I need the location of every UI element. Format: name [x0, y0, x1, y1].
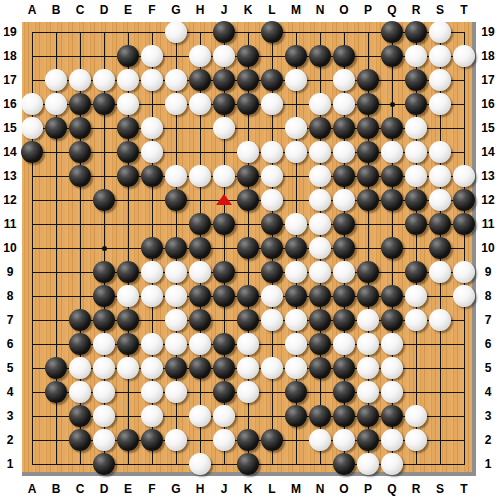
- stone-white: [93, 429, 115, 451]
- stone-white: [141, 357, 163, 379]
- stone-black: [117, 309, 139, 331]
- stone-black: [333, 381, 355, 403]
- stone-white: [429, 93, 451, 115]
- stone-black: [237, 309, 259, 331]
- stone-black: [117, 429, 139, 451]
- stone-white: [189, 45, 211, 67]
- stone-white: [237, 333, 259, 355]
- stone-white: [357, 357, 379, 379]
- stone-white: [429, 165, 451, 187]
- column-label: N: [308, 3, 332, 17]
- column-label: R: [404, 482, 428, 496]
- stone-black: [309, 45, 331, 67]
- stone-white: [213, 405, 235, 427]
- stone-white: [189, 453, 211, 475]
- stone-black: [381, 237, 403, 259]
- stone-black: [357, 189, 379, 211]
- stone-black: [357, 93, 379, 115]
- stone-white: [333, 429, 355, 451]
- row-label: 6: [0, 332, 20, 356]
- stone-white: [453, 45, 475, 67]
- grid-line-vertical: [464, 32, 465, 465]
- stone-black: [69, 93, 91, 115]
- stone-white: [381, 429, 403, 451]
- stone-black: [285, 237, 307, 259]
- go-board[interactable]: [22, 22, 476, 476]
- stone-white: [405, 405, 427, 427]
- row-label: 4: [477, 380, 499, 404]
- stone-black: [117, 117, 139, 139]
- stone-black: [213, 93, 235, 115]
- stone-white: [165, 381, 187, 403]
- stone-white: [141, 69, 163, 91]
- row-label: 9: [477, 260, 499, 284]
- row-label: 1: [477, 452, 499, 476]
- stone-white: [405, 165, 427, 187]
- stone-white: [165, 309, 187, 331]
- stone-white: [357, 381, 379, 403]
- row-label: 3: [0, 404, 20, 428]
- column-label: Q: [380, 482, 404, 496]
- stone-black: [309, 333, 331, 355]
- column-label: C: [68, 3, 92, 17]
- stone-black: [237, 45, 259, 67]
- stone-black: [69, 117, 91, 139]
- stone-white: [381, 333, 403, 355]
- stone-black: [357, 69, 379, 91]
- stone-white: [285, 309, 307, 331]
- row-label: 9: [0, 260, 20, 284]
- column-label: E: [116, 3, 140, 17]
- stone-white: [93, 357, 115, 379]
- stone-black: [453, 213, 475, 235]
- stone-black: [117, 141, 139, 163]
- stone-black: [117, 333, 139, 355]
- stone-black: [357, 261, 379, 283]
- stone-black: [381, 309, 403, 331]
- column-label: S: [428, 482, 452, 496]
- stone-white: [309, 237, 331, 259]
- stone-white: [405, 141, 427, 163]
- stone-white: [141, 285, 163, 307]
- stone-white: [381, 453, 403, 475]
- stone-black: [45, 381, 67, 403]
- stone-black: [357, 285, 379, 307]
- stone-white: [141, 117, 163, 139]
- stone-black: [405, 69, 427, 91]
- stone-white: [165, 285, 187, 307]
- stone-black: [309, 405, 331, 427]
- stone-black: [213, 381, 235, 403]
- stone-white: [405, 309, 427, 331]
- stone-white: [333, 141, 355, 163]
- stone-black: [69, 141, 91, 163]
- stone-white: [309, 93, 331, 115]
- stone-black: [213, 357, 235, 379]
- column-label: E: [116, 482, 140, 496]
- row-label: 13: [0, 164, 20, 188]
- stone-black: [93, 285, 115, 307]
- stone-white: [309, 261, 331, 283]
- stone-white: [93, 381, 115, 403]
- stone-white: [333, 261, 355, 283]
- stone-black: [117, 45, 139, 67]
- stone-black: [381, 45, 403, 67]
- stone-black: [333, 45, 355, 67]
- stone-white: [285, 141, 307, 163]
- column-label: L: [260, 3, 284, 17]
- stone-white: [189, 93, 211, 115]
- row-label: 2: [477, 428, 499, 452]
- row-label: 10: [0, 236, 20, 260]
- stone-white: [309, 213, 331, 235]
- stone-black: [69, 333, 91, 355]
- stone-white: [405, 117, 427, 139]
- stone-black: [93, 453, 115, 475]
- stone-white: [309, 189, 331, 211]
- stone-black: [141, 165, 163, 187]
- stone-black: [237, 453, 259, 475]
- stone-black: [189, 213, 211, 235]
- stone-white: [261, 285, 283, 307]
- stone-white: [69, 69, 91, 91]
- stone-black: [165, 237, 187, 259]
- column-label: S: [428, 3, 452, 17]
- stone-black: [381, 21, 403, 43]
- stone-black: [213, 69, 235, 91]
- stone-white: [261, 93, 283, 115]
- stone-black: [285, 45, 307, 67]
- stone-white: [357, 309, 379, 331]
- stone-white: [381, 357, 403, 379]
- stone-white: [285, 261, 307, 283]
- column-label: K: [236, 482, 260, 496]
- stone-black: [93, 189, 115, 211]
- row-label: 14: [0, 140, 20, 164]
- stone-white: [165, 333, 187, 355]
- stone-white: [285, 117, 307, 139]
- stone-white: [405, 429, 427, 451]
- star-point: [390, 102, 395, 107]
- stone-white: [69, 381, 91, 403]
- stone-white: [165, 165, 187, 187]
- stone-black: [141, 429, 163, 451]
- stone-black: [261, 213, 283, 235]
- stone-white: [189, 405, 211, 427]
- column-label: M: [284, 482, 308, 496]
- stone-white: [237, 381, 259, 403]
- stone-black: [357, 165, 379, 187]
- stone-white: [213, 429, 235, 451]
- stone-white: [357, 453, 379, 475]
- row-label: 19: [477, 20, 499, 44]
- stone-white: [405, 285, 427, 307]
- stone-black: [189, 237, 211, 259]
- stone-black: [165, 357, 187, 379]
- stone-black: [165, 189, 187, 211]
- stone-white: [285, 357, 307, 379]
- stone-white: [93, 69, 115, 91]
- stone-black: [285, 285, 307, 307]
- stone-black: [261, 237, 283, 259]
- stone-white: [237, 357, 259, 379]
- column-label: B: [44, 482, 68, 496]
- stone-white: [117, 357, 139, 379]
- stone-black: [453, 189, 475, 211]
- column-label: T: [452, 3, 476, 17]
- row-label: 15: [0, 116, 20, 140]
- column-label: N: [308, 482, 332, 496]
- stone-white: [261, 357, 283, 379]
- stone-black: [381, 165, 403, 187]
- row-label: 16: [0, 92, 20, 116]
- stone-black: [261, 21, 283, 43]
- stone-black: [333, 165, 355, 187]
- column-label: O: [332, 3, 356, 17]
- stone-black: [117, 165, 139, 187]
- stone-black: [117, 261, 139, 283]
- stone-white: [141, 333, 163, 355]
- stone-white: [333, 69, 355, 91]
- stone-white: [237, 141, 259, 163]
- stone-black: [261, 69, 283, 91]
- stone-white: [429, 309, 451, 331]
- row-label: 17: [477, 68, 499, 92]
- star-point: [102, 246, 107, 251]
- stone-white: [429, 69, 451, 91]
- stone-black: [381, 189, 403, 211]
- stone-black: [189, 69, 211, 91]
- stone-black: [333, 357, 355, 379]
- stone-white: [189, 333, 211, 355]
- stone-white: [189, 261, 211, 283]
- stone-white: [285, 213, 307, 235]
- stone-black: [93, 93, 115, 115]
- stone-black: [237, 285, 259, 307]
- stone-white: [141, 261, 163, 283]
- row-label: 3: [477, 404, 499, 428]
- stone-white: [45, 69, 67, 91]
- column-label: J: [212, 482, 236, 496]
- stone-black: [333, 237, 355, 259]
- column-label: A: [20, 482, 44, 496]
- stone-black: [285, 381, 307, 403]
- stone-black: [405, 213, 427, 235]
- stone-white: [165, 261, 187, 283]
- stone-white: [21, 93, 43, 115]
- column-label: O: [332, 482, 356, 496]
- stone-white: [117, 69, 139, 91]
- column-label: H: [188, 482, 212, 496]
- stone-black: [309, 117, 331, 139]
- column-label: G: [164, 482, 188, 496]
- stone-white: [453, 285, 475, 307]
- stone-black: [69, 309, 91, 331]
- stone-black: [405, 93, 427, 115]
- stone-white: [309, 141, 331, 163]
- stone-white: [453, 165, 475, 187]
- column-label: T: [452, 482, 476, 496]
- stone-black: [69, 405, 91, 427]
- row-label: 18: [0, 44, 20, 68]
- column-label: D: [92, 3, 116, 17]
- stone-black: [381, 405, 403, 427]
- column-label: F: [140, 3, 164, 17]
- column-label: L: [260, 482, 284, 496]
- stone-black: [237, 429, 259, 451]
- last-move-triangle-marker: [216, 194, 232, 205]
- column-label: P: [356, 482, 380, 496]
- row-label: 5: [0, 356, 20, 380]
- stone-black: [357, 141, 379, 163]
- stone-white: [261, 189, 283, 211]
- stone-black: [405, 261, 427, 283]
- stone-white: [381, 381, 403, 403]
- stone-white: [285, 333, 307, 355]
- row-label: 8: [0, 284, 20, 308]
- stone-black: [381, 117, 403, 139]
- stone-black: [405, 21, 427, 43]
- column-label: R: [404, 3, 428, 17]
- column-label: D: [92, 482, 116, 496]
- row-label: 7: [0, 308, 20, 332]
- row-label: 1: [0, 452, 20, 476]
- stone-black: [237, 69, 259, 91]
- row-label: 17: [0, 68, 20, 92]
- stone-white: [429, 141, 451, 163]
- stone-white: [165, 93, 187, 115]
- stone-black: [357, 405, 379, 427]
- stone-black: [381, 285, 403, 307]
- stone-white: [381, 141, 403, 163]
- stone-black: [333, 309, 355, 331]
- stone-black: [69, 165, 91, 187]
- column-label: M: [284, 3, 308, 17]
- stone-white: [309, 165, 331, 187]
- stone-white: [213, 117, 235, 139]
- stone-white: [429, 45, 451, 67]
- stone-white: [141, 141, 163, 163]
- stone-black: [333, 453, 355, 475]
- stone-black: [309, 309, 331, 331]
- stone-white: [261, 141, 283, 163]
- stone-black: [333, 405, 355, 427]
- stone-black: [261, 429, 283, 451]
- stone-black: [333, 117, 355, 139]
- stone-black: [405, 189, 427, 211]
- stone-white: [189, 165, 211, 187]
- column-label: H: [188, 3, 212, 17]
- row-label: 18: [477, 44, 499, 68]
- stone-black: [213, 261, 235, 283]
- stone-white: [453, 261, 475, 283]
- stone-black: [213, 333, 235, 355]
- column-label: B: [44, 3, 68, 17]
- stone-black: [213, 285, 235, 307]
- row-label: 6: [477, 332, 499, 356]
- stone-black: [309, 285, 331, 307]
- column-label: C: [68, 482, 92, 496]
- stone-black: [189, 285, 211, 307]
- stone-white: [429, 261, 451, 283]
- stone-black: [45, 117, 67, 139]
- row-label: 14: [477, 140, 499, 164]
- column-label: P: [356, 3, 380, 17]
- column-label: Q: [380, 3, 404, 17]
- column-label: K: [236, 3, 260, 17]
- go-board-app: ABCDEFGHJKLMNOPQRST ABCDEFGHJKLMNOPQRST …: [0, 0, 500, 500]
- stone-black: [237, 165, 259, 187]
- stone-white: [261, 309, 283, 331]
- row-label: 15: [477, 116, 499, 140]
- stone-white: [93, 405, 115, 427]
- stone-black: [309, 357, 331, 379]
- row-label: 8: [477, 284, 499, 308]
- row-label: 13: [477, 164, 499, 188]
- stone-black: [357, 429, 379, 451]
- row-label: 16: [477, 92, 499, 116]
- stone-black: [357, 117, 379, 139]
- column-label: F: [140, 482, 164, 496]
- stone-black: [237, 93, 259, 115]
- stone-black: [429, 213, 451, 235]
- stone-white: [165, 429, 187, 451]
- row-label: 7: [477, 308, 499, 332]
- stone-black: [93, 309, 115, 331]
- stone-black: [285, 405, 307, 427]
- stone-white: [429, 189, 451, 211]
- stone-black: [333, 285, 355, 307]
- stone-black: [45, 357, 67, 379]
- stone-white: [45, 93, 67, 115]
- stone-white: [141, 381, 163, 403]
- stone-white: [213, 45, 235, 67]
- stone-black: [333, 213, 355, 235]
- row-label: 19: [0, 20, 20, 44]
- stone-white: [333, 333, 355, 355]
- row-label: 12: [0, 188, 20, 212]
- stone-white: [213, 165, 235, 187]
- row-label: 12: [477, 188, 499, 212]
- stone-white: [309, 429, 331, 451]
- stone-white: [285, 69, 307, 91]
- stone-black: [141, 237, 163, 259]
- row-label: 11: [477, 212, 499, 236]
- stone-white: [357, 333, 379, 355]
- stone-white: [165, 69, 187, 91]
- stone-black: [213, 213, 235, 235]
- stone-black: [213, 21, 235, 43]
- row-label: 2: [0, 428, 20, 452]
- stone-white: [69, 357, 91, 379]
- stone-black: [189, 357, 211, 379]
- stone-black: [261, 261, 283, 283]
- stone-black: [21, 141, 43, 163]
- row-label: 4: [0, 380, 20, 404]
- column-label: A: [20, 3, 44, 17]
- stone-black: [189, 309, 211, 331]
- stone-black: [69, 429, 91, 451]
- stone-black: [237, 189, 259, 211]
- stone-white: [333, 189, 355, 211]
- stone-white: [165, 21, 187, 43]
- column-label: G: [164, 3, 188, 17]
- stone-black: [93, 261, 115, 283]
- row-label: 5: [477, 356, 499, 380]
- column-label: J: [212, 3, 236, 17]
- stone-white: [117, 285, 139, 307]
- stone-white: [333, 93, 355, 115]
